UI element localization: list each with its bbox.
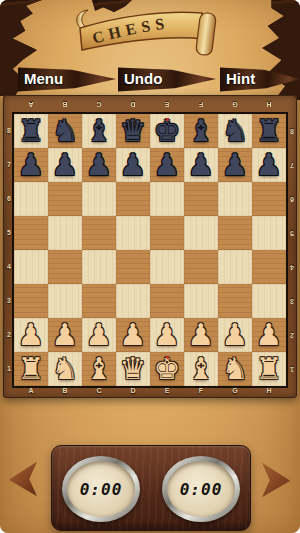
square-g7[interactable]: ♟ — [218, 148, 252, 182]
coordinate-label: H — [264, 99, 274, 109]
white-pawn-piece[interactable]: ♟ — [188, 320, 215, 350]
coordinate-label: 2 — [4, 330, 14, 340]
square-c3[interactable] — [82, 284, 116, 318]
white-pawn-piece[interactable]: ♟ — [120, 320, 147, 350]
square-d3[interactable] — [116, 284, 150, 318]
square-f5[interactable] — [184, 216, 218, 250]
square-f8[interactable]: ♝ — [184, 114, 218, 148]
white-bishop-piece[interactable]: ♝ — [86, 354, 113, 384]
square-c4[interactable] — [82, 250, 116, 284]
square-e2[interactable]: ♟ — [150, 318, 184, 352]
black-pawn-piece[interactable]: ♟ — [18, 150, 45, 180]
white-knight-piece[interactable]: ♞ — [222, 354, 249, 384]
square-a5[interactable] — [14, 216, 48, 250]
square-a8[interactable]: ♜ — [14, 114, 48, 148]
coordinate-label: 4 — [4, 262, 14, 272]
square-e3[interactable] — [150, 284, 184, 318]
square-d6[interactable] — [116, 182, 150, 216]
square-a7[interactable]: ♟ — [14, 148, 48, 182]
chess-clock: 0:00 0:00 — [51, 445, 251, 531]
square-h6[interactable] — [252, 182, 286, 216]
coordinate-label: 4 — [287, 262, 297, 272]
black-king-piece[interactable]: ♚ — [154, 116, 181, 146]
coordinate-label: G — [230, 386, 240, 396]
square-g1[interactable]: ♞ — [218, 352, 252, 386]
square-g3[interactable] — [218, 284, 252, 318]
square-a3[interactable] — [14, 284, 48, 318]
white-rook-piece[interactable]: ♜ — [18, 354, 45, 384]
square-b6[interactable] — [48, 182, 82, 216]
black-pawn-piece[interactable]: ♟ — [222, 150, 249, 180]
square-a1[interactable]: ♜ — [14, 352, 48, 386]
square-e5[interactable] — [150, 216, 184, 250]
square-c5[interactable] — [82, 216, 116, 250]
square-c1[interactable]: ♝ — [82, 352, 116, 386]
menu-button-label: Menu — [24, 70, 63, 87]
coordinate-label: 1 — [4, 364, 14, 374]
white-knight-piece[interactable]: ♞ — [52, 354, 79, 384]
coordinate-label: B — [60, 386, 70, 396]
coordinate-label: 7 — [4, 160, 14, 170]
white-pawn-piece[interactable]: ♟ — [256, 320, 283, 350]
square-e6[interactable] — [150, 182, 184, 216]
square-g8[interactable]: ♞ — [218, 114, 252, 148]
square-d4[interactable] — [116, 250, 150, 284]
coordinate-label: 3 — [287, 296, 297, 306]
coordinate-label: E — [162, 386, 172, 396]
square-f6[interactable] — [184, 182, 218, 216]
left-clock-time: 0:00 — [80, 480, 123, 499]
square-b3[interactable] — [48, 284, 82, 318]
coordinate-label: 8 — [287, 126, 297, 136]
coordinate-label: 1 — [287, 364, 297, 374]
white-queen-piece[interactable]: ♛ — [120, 354, 147, 384]
square-e4[interactable] — [150, 250, 184, 284]
right-clock-face: 0:00 — [167, 461, 235, 517]
square-f4[interactable] — [184, 250, 218, 284]
menu-button[interactable]: Menu — [18, 66, 116, 92]
square-h3[interactable] — [252, 284, 286, 318]
app-screen: CHESS Menu Undo Hint ♜♞♝♛♚♝♞♜♟♟♟♟♟♟♟♟♟♟♟… — [0, 0, 300, 533]
coordinate-label: 3 — [4, 296, 14, 306]
coordinate-label: 8 — [4, 126, 14, 136]
chess-board-frame: ♜♞♝♛♚♝♞♜♟♟♟♟♟♟♟♟♟♟♟♟♟♟♟♟♜♞♝♛♚♝♞♜ AABBCCD… — [3, 95, 297, 398]
square-f3[interactable] — [184, 284, 218, 318]
square-h1[interactable]: ♜ — [252, 352, 286, 386]
king-jewel-icon — [166, 118, 169, 121]
right-clock-dial: 0:00 — [162, 456, 240, 522]
undo-button[interactable]: Undo — [118, 66, 216, 92]
black-knight-piece[interactable]: ♞ — [52, 116, 79, 146]
coordinate-label: A — [26, 386, 36, 396]
coordinate-label: F — [196, 99, 206, 109]
square-b4[interactable] — [48, 250, 82, 284]
left-clock-face: 0:00 — [67, 461, 135, 517]
black-rook-piece[interactable]: ♜ — [18, 116, 45, 146]
coordinate-label: A — [26, 99, 36, 109]
square-e7[interactable]: ♟ — [150, 148, 184, 182]
square-d7[interactable]: ♟ — [116, 148, 150, 182]
square-d5[interactable] — [116, 216, 150, 250]
square-b8[interactable]: ♞ — [48, 114, 82, 148]
coordinate-label: D — [128, 99, 138, 109]
square-h8[interactable]: ♜ — [252, 114, 286, 148]
square-c2[interactable]: ♟ — [82, 318, 116, 352]
coordinate-label: F — [196, 386, 206, 396]
right-clock-time: 0:00 — [180, 480, 223, 499]
coordinate-label: 7 — [287, 160, 297, 170]
square-h5[interactable] — [252, 216, 286, 250]
coordinate-label: 6 — [4, 194, 14, 204]
square-g6[interactable] — [218, 182, 252, 216]
black-bishop-piece[interactable]: ♝ — [86, 116, 113, 146]
left-clock-dial: 0:00 — [62, 456, 140, 522]
black-bishop-piece[interactable]: ♝ — [188, 116, 215, 146]
coordinate-label: 6 — [287, 194, 297, 204]
square-d8[interactable]: ♛ — [116, 114, 150, 148]
black-pawn-piece[interactable]: ♟ — [86, 150, 113, 180]
square-b1[interactable]: ♞ — [48, 352, 82, 386]
previous-move-button[interactable] — [7, 461, 37, 497]
square-c7[interactable]: ♟ — [82, 148, 116, 182]
white-pawn-piece[interactable]: ♟ — [86, 320, 113, 350]
chess-board: ♜♞♝♛♚♝♞♜♟♟♟♟♟♟♟♟♟♟♟♟♟♟♟♟♜♞♝♛♚♝♞♜ — [12, 112, 288, 388]
chess-banner: CHESS — [70, 2, 230, 60]
square-f7[interactable]: ♟ — [184, 148, 218, 182]
black-knight-piece[interactable]: ♞ — [222, 116, 249, 146]
square-b2[interactable]: ♟ — [48, 318, 82, 352]
coordinate-label: C — [94, 99, 104, 109]
square-h7[interactable]: ♟ — [252, 148, 286, 182]
white-king-piece[interactable]: ♚ — [154, 354, 181, 384]
white-pawn-piece[interactable]: ♟ — [18, 320, 45, 350]
coordinate-label: H — [264, 386, 274, 396]
square-f2[interactable]: ♟ — [184, 318, 218, 352]
square-c8[interactable]: ♝ — [82, 114, 116, 148]
coordinate-label: B — [60, 99, 70, 109]
black-pawn-piece[interactable]: ♟ — [120, 150, 147, 180]
square-a4[interactable] — [14, 250, 48, 284]
coordinate-label: D — [128, 386, 138, 396]
coordinate-label: C — [94, 386, 104, 396]
coordinate-label: E — [162, 99, 172, 109]
square-g5[interactable] — [218, 216, 252, 250]
black-pawn-piece[interactable]: ♟ — [154, 150, 181, 180]
black-pawn-piece[interactable]: ♟ — [188, 150, 215, 180]
white-rook-piece[interactable]: ♜ — [256, 354, 283, 384]
black-rook-piece[interactable]: ♜ — [256, 116, 283, 146]
square-a6[interactable] — [14, 182, 48, 216]
undo-button-label: Undo — [124, 70, 162, 87]
white-pawn-piece[interactable]: ♟ — [154, 320, 181, 350]
black-queen-piece[interactable]: ♛ — [120, 116, 147, 146]
square-g2[interactable]: ♟ — [218, 318, 252, 352]
king-jewel-icon — [166, 356, 169, 359]
square-d2[interactable]: ♟ — [116, 318, 150, 352]
square-e8[interactable]: ♚ — [150, 114, 184, 148]
square-h2[interactable]: ♟ — [252, 318, 286, 352]
next-move-button[interactable] — [262, 462, 292, 498]
square-b7[interactable]: ♟ — [48, 148, 82, 182]
coordinate-label: G — [230, 99, 240, 109]
square-h4[interactable] — [252, 250, 286, 284]
coordinate-label: 5 — [287, 228, 297, 238]
square-c6[interactable] — [82, 182, 116, 216]
square-g4[interactable] — [218, 250, 252, 284]
hint-button-label: Hint — [226, 70, 255, 87]
square-b5[interactable] — [48, 216, 82, 250]
coordinate-label: 5 — [4, 228, 14, 238]
white-pawn-piece[interactable]: ♟ — [222, 320, 249, 350]
black-pawn-piece[interactable]: ♟ — [256, 150, 283, 180]
square-d1[interactable]: ♛ — [116, 352, 150, 386]
white-pawn-piece[interactable]: ♟ — [52, 320, 79, 350]
square-f1[interactable]: ♝ — [184, 352, 218, 386]
white-bishop-piece[interactable]: ♝ — [188, 354, 215, 384]
black-pawn-piece[interactable]: ♟ — [52, 150, 79, 180]
square-a2[interactable]: ♟ — [14, 318, 48, 352]
square-e1[interactable]: ♚ — [150, 352, 184, 386]
coordinate-label: 2 — [287, 330, 297, 340]
